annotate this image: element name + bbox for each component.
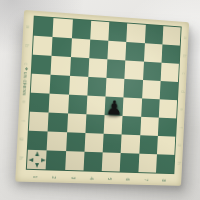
us-chess-four-pawn-logo-icon: ♟♟♟♟ <box>28 151 46 169</box>
coordinate-label: 7 <box>144 178 150 181</box>
chess-board-mat: ♟♟♟♟♟ 12345678 abcdefgh abcdefgh ❖ US CH… <box>15 10 189 186</box>
board-cell <box>141 98 160 117</box>
board-cell <box>108 22 127 42</box>
board-cell <box>126 42 145 62</box>
board-cell <box>52 37 72 57</box>
board-cell <box>88 58 107 78</box>
board-cell <box>49 94 69 114</box>
board-cell <box>53 18 73 38</box>
photo-backdrop: ♟♟♟♟♟ 12345678 abcdefgh abcdefgh ❖ US CH… <box>0 0 200 200</box>
board-cell <box>89 40 108 60</box>
board-cell <box>68 95 88 115</box>
coordinate-label: g <box>19 138 24 141</box>
board-cell <box>156 154 175 173</box>
board-cell <box>51 56 71 76</box>
coordinate-label: h <box>177 162 182 165</box>
coordinate-label: d <box>180 90 185 93</box>
us-chess-wordmark: ❖ US CHESS <box>21 68 30 94</box>
board-cell <box>67 113 87 133</box>
board-cell <box>29 112 49 132</box>
logo-pawn-icon: ♟ <box>40 157 46 163</box>
coordinate-label: h <box>18 157 23 160</box>
board-grid: ♟♟♟♟♟ <box>26 16 182 174</box>
board-cell <box>70 38 90 58</box>
board-cell <box>87 77 106 97</box>
coordinate-label: 4 <box>89 177 95 180</box>
board-cell <box>122 116 141 135</box>
coordinate-label: f <box>178 127 183 128</box>
board-cell <box>157 136 176 155</box>
coordinate-label: c <box>181 72 186 74</box>
board-cell <box>159 81 178 100</box>
board-cell <box>106 59 125 79</box>
board-cell <box>124 79 143 98</box>
board-cell <box>161 44 179 63</box>
board-cell <box>140 117 159 136</box>
board-cell <box>103 134 122 153</box>
board-cell <box>83 152 102 171</box>
board-cell <box>138 154 157 173</box>
board-cell <box>162 26 180 45</box>
coordinate-label: f <box>20 120 25 121</box>
board-cell <box>32 55 52 75</box>
board-cell <box>34 17 54 37</box>
board-cell <box>144 25 163 45</box>
board-playing-area: ♟♟♟♟♟ <box>26 16 182 174</box>
coordinate-label: 3 <box>71 176 77 179</box>
board-cell <box>144 43 163 62</box>
board-cell <box>90 21 109 41</box>
board-cell <box>120 153 139 172</box>
board-cell <box>142 80 161 99</box>
coordinate-label: 8 <box>161 179 167 182</box>
logo-pawn-icon: ♟ <box>34 162 40 168</box>
board-cell <box>66 132 86 151</box>
board-cell <box>84 133 103 152</box>
board-cell <box>106 78 125 98</box>
board-cell <box>121 134 140 153</box>
board-cell <box>50 75 70 95</box>
board-cell <box>139 135 158 154</box>
board-cell <box>33 36 53 56</box>
board-cell <box>86 96 105 116</box>
board-cell <box>48 113 68 133</box>
board-cell <box>71 19 90 39</box>
coordinate-label: 6 <box>126 178 132 181</box>
coordinate-label: a <box>25 25 30 28</box>
us-chess-wordmark-text: US CHESS <box>22 72 28 96</box>
board-cell <box>65 151 85 170</box>
coordinate-label: 1 <box>33 175 39 178</box>
coordinate-label: g <box>178 144 183 147</box>
board-cell <box>126 24 145 44</box>
coordinate-label: e <box>21 100 26 103</box>
board-cell: ♟♟♟♟ <box>27 150 47 170</box>
coordinate-label: e <box>179 108 184 111</box>
board-cell <box>102 152 121 171</box>
coordinate-label: 2 <box>52 176 58 179</box>
board-cell <box>123 97 142 116</box>
logo-pawn-icon: ♟ <box>28 157 34 163</box>
board-cell <box>31 74 51 94</box>
coordinate-label: c <box>23 63 28 66</box>
us-chess-diamond-icon: ❖ <box>24 67 28 71</box>
board-cell <box>69 76 89 96</box>
board-cell <box>143 62 162 81</box>
board-cell <box>30 93 50 113</box>
board-cell <box>107 41 126 61</box>
board-cell <box>158 118 177 137</box>
coordinate-label: a <box>183 36 188 39</box>
board-cell <box>70 57 90 77</box>
board-cell <box>28 131 48 151</box>
board-cell <box>47 131 67 151</box>
coordinate-label: 5 <box>108 177 114 180</box>
coordinate-label: b <box>182 54 187 57</box>
board-cell <box>85 114 104 133</box>
board-cell <box>160 63 179 82</box>
logo-pawn-icon: ♟ <box>34 151 40 157</box>
coordinate-label: b <box>24 44 29 47</box>
board-cell: ♟ <box>105 97 124 116</box>
board-cell <box>159 99 178 118</box>
black-pawn: ♟ <box>105 98 123 118</box>
board-cell <box>125 60 144 80</box>
board-cell <box>46 150 66 170</box>
